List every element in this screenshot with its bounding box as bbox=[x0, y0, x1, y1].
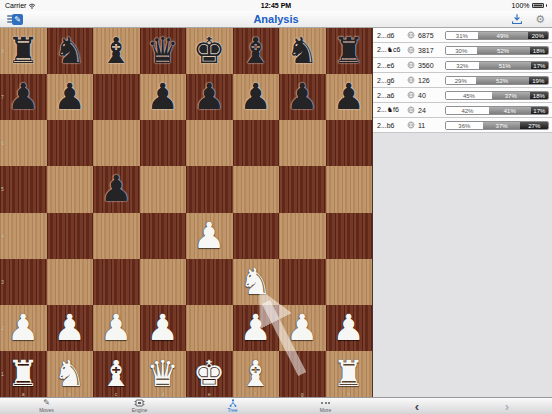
square-d2[interactable]: ♟ bbox=[140, 305, 187, 351]
ellipsis-icon bbox=[321, 399, 330, 407]
globe-icon bbox=[407, 91, 415, 99]
square-c1[interactable]: ♝ bbox=[93, 351, 140, 397]
square-a6[interactable] bbox=[0, 120, 47, 166]
settings-gear-icon[interactable]: ⚙ bbox=[535, 14, 545, 25]
globe-icon bbox=[407, 106, 415, 114]
edit-pencil-icon: ✎ bbox=[12, 14, 23, 25]
piece-white-queen[interactable]: ♛ bbox=[147, 356, 179, 392]
piece-black-king[interactable]: ♚ bbox=[193, 33, 225, 69]
piece-white-bishop[interactable]: ♝ bbox=[100, 356, 132, 392]
square-g6[interactable] bbox=[279, 120, 326, 166]
piece-white-pawn[interactable]: ♟ bbox=[286, 310, 318, 346]
piece-white-pawn[interactable]: ♟ bbox=[7, 310, 39, 346]
square-g7[interactable]: ♟ bbox=[279, 74, 326, 120]
square-a5[interactable] bbox=[0, 166, 47, 212]
square-d8[interactable]: ♛ bbox=[140, 28, 187, 74]
square-h7[interactable]: ♟ bbox=[326, 74, 373, 120]
square-a3[interactable] bbox=[0, 259, 47, 305]
bottom-toolbar: ✎ Moves Engine bbox=[0, 397, 552, 414]
pencil-icon: ✎ bbox=[43, 399, 50, 407]
piece-black-pawn[interactable]: ♟ bbox=[240, 79, 272, 115]
square-g4[interactable] bbox=[279, 213, 326, 259]
clock: 12:45 PM bbox=[0, 2, 552, 9]
black-win-percent: 27% bbox=[520, 122, 548, 129]
draw-percent: 52% bbox=[476, 77, 529, 84]
games-count: 40 bbox=[418, 92, 442, 99]
piece-black-pawn[interactable]: ♟ bbox=[54, 79, 86, 115]
move-row[interactable]: 2...d6687531%49%20% bbox=[373, 28, 552, 43]
result-bar: 29%52%19% bbox=[445, 76, 549, 85]
square-f4[interactable] bbox=[233, 213, 280, 259]
move-label: 2...♞f6 bbox=[377, 106, 404, 114]
result-bar: 45%37%18% bbox=[445, 91, 549, 100]
tab-more[interactable]: More bbox=[279, 398, 372, 414]
piece-white-bishop[interactable]: ♝ bbox=[240, 356, 272, 392]
tab-engine[interactable]: Engine bbox=[93, 398, 186, 414]
black-win-percent: 20% bbox=[528, 32, 548, 39]
draw-percent: 37% bbox=[492, 92, 530, 99]
white-win-percent: 30% bbox=[446, 47, 477, 54]
square-b1[interactable]: ♞ bbox=[47, 351, 94, 397]
move-row[interactable]: 2...a64045%37%18% bbox=[373, 88, 552, 103]
square-c2[interactable]: ♟ bbox=[93, 305, 140, 351]
square-h6[interactable] bbox=[326, 120, 373, 166]
tree-panel: 2...d6687531%49%20%2...♞c6381730%52%18%2… bbox=[372, 28, 552, 397]
square-e7[interactable]: ♟ bbox=[186, 74, 233, 120]
square-c6[interactable] bbox=[93, 120, 140, 166]
result-bar: 42%41%17% bbox=[445, 106, 549, 115]
piece-white-pawn[interactable]: ♟ bbox=[333, 310, 365, 346]
square-d5[interactable] bbox=[140, 166, 187, 212]
piece-white-pawn[interactable]: ♟ bbox=[100, 310, 132, 346]
next-move-button[interactable]: › bbox=[462, 398, 552, 414]
square-a8[interactable]: ♜ bbox=[0, 28, 47, 74]
square-d7[interactable]: ♟ bbox=[140, 74, 187, 120]
white-win-percent: 32% bbox=[446, 62, 479, 69]
games-count: 24 bbox=[418, 107, 442, 114]
piece-white-rook[interactable]: ♜ bbox=[333, 356, 365, 392]
chess-board: ♜♞♝♛♚♝♞♜♟♟♟♟♟♟♟♟♟♞♟♟♟♟♟♟♟♜♞♝♛♚♝♜ 8765432… bbox=[0, 28, 372, 397]
page-title: Analysis bbox=[0, 13, 552, 25]
globe-icon bbox=[407, 46, 415, 54]
games-count: 126 bbox=[418, 77, 442, 84]
piece-black-pawn[interactable]: ♟ bbox=[193, 79, 225, 115]
piece-white-pawn[interactable]: ♟ bbox=[240, 310, 272, 346]
square-f2[interactable]: ♟ bbox=[233, 305, 280, 351]
square-e5[interactable] bbox=[186, 166, 233, 212]
square-g2[interactable]: ♟ bbox=[279, 305, 326, 351]
games-count: 6875 bbox=[418, 32, 442, 39]
square-h3[interactable] bbox=[326, 259, 373, 305]
tree-icon bbox=[228, 399, 238, 407]
piece-black-bishop[interactable]: ♝ bbox=[100, 33, 132, 69]
square-h1[interactable]: ♜ bbox=[326, 351, 373, 397]
move-row[interactable]: 2...e6356032%51%17% bbox=[373, 58, 552, 73]
square-a4[interactable] bbox=[0, 213, 47, 259]
move-label: 2...♞c6 bbox=[377, 46, 404, 54]
move-row[interactable]: 2...♞c6381730%52%18% bbox=[373, 43, 552, 58]
white-win-percent: 36% bbox=[446, 122, 483, 129]
download-icon[interactable] bbox=[511, 13, 523, 25]
square-g5[interactable] bbox=[279, 166, 326, 212]
piece-white-pawn[interactable]: ♟ bbox=[54, 310, 86, 346]
piece-white-rook[interactable]: ♜ bbox=[7, 356, 39, 392]
square-g1[interactable] bbox=[279, 351, 326, 397]
square-f7[interactable]: ♟ bbox=[233, 74, 280, 120]
square-c7[interactable] bbox=[93, 74, 140, 120]
square-e8[interactable]: ♚ bbox=[186, 28, 233, 74]
black-win-percent: 17% bbox=[531, 62, 548, 69]
move-row[interactable]: 2...b61136%37%27% bbox=[373, 118, 552, 133]
square-f5[interactable] bbox=[233, 166, 280, 212]
piece-black-rook[interactable]: ♜ bbox=[7, 33, 39, 69]
white-win-percent: 29% bbox=[446, 77, 476, 84]
games-count: 11 bbox=[418, 122, 442, 129]
white-win-percent: 45% bbox=[446, 92, 492, 99]
move-row[interactable]: 2...♞f62442%41%17% bbox=[373, 103, 552, 118]
piece-white-pawn[interactable]: ♟ bbox=[147, 310, 179, 346]
black-win-percent: 18% bbox=[530, 92, 548, 99]
square-c4[interactable] bbox=[93, 213, 140, 259]
move-label: 2...g6 bbox=[377, 77, 404, 84]
black-win-percent: 19% bbox=[529, 77, 548, 84]
globe-icon bbox=[407, 121, 415, 129]
square-d3[interactable] bbox=[140, 259, 187, 305]
square-h4[interactable] bbox=[326, 213, 373, 259]
square-b4[interactable] bbox=[47, 213, 94, 259]
square-f1[interactable]: ♝ bbox=[233, 351, 280, 397]
square-d6[interactable] bbox=[140, 120, 187, 166]
move-label: 2...b6 bbox=[377, 122, 404, 129]
square-e2[interactable] bbox=[186, 305, 233, 351]
draw-percent: 37% bbox=[483, 122, 521, 129]
tab-moves[interactable]: ✎ Moves bbox=[0, 398, 93, 414]
status-bar: Carrier 12:45 PM 100% bbox=[0, 0, 552, 11]
globe-icon bbox=[407, 61, 415, 69]
games-count: 3560 bbox=[418, 62, 442, 69]
square-b2[interactable]: ♟ bbox=[47, 305, 94, 351]
square-a1[interactable]: ♜ bbox=[0, 351, 47, 397]
result-bar: 31%49%20% bbox=[445, 31, 549, 40]
square-b5[interactable] bbox=[47, 166, 94, 212]
piece-black-knight[interactable]: ♞ bbox=[286, 33, 318, 69]
square-h5[interactable] bbox=[326, 166, 373, 212]
piece-white-pawn[interactable]: ♟ bbox=[193, 218, 225, 254]
square-e3[interactable] bbox=[186, 259, 233, 305]
result-bar: 32%51%17% bbox=[445, 61, 549, 70]
square-h8[interactable]: ♜ bbox=[326, 28, 373, 74]
navigation-bar: ✎ Analysis ⚙ bbox=[0, 11, 552, 28]
result-bar: 36%37%27% bbox=[445, 121, 549, 130]
draw-percent: 52% bbox=[477, 47, 530, 54]
globe-icon bbox=[407, 76, 415, 84]
chip-icon bbox=[134, 399, 145, 407]
square-g3[interactable] bbox=[279, 259, 326, 305]
piece-white-king[interactable]: ♚ bbox=[193, 356, 225, 392]
square-g8[interactable]: ♞ bbox=[279, 28, 326, 74]
square-h2[interactable]: ♟ bbox=[326, 305, 373, 351]
square-e4[interactable]: ♟ bbox=[186, 213, 233, 259]
square-a7[interactable]: ♟ bbox=[0, 74, 47, 120]
square-c5[interactable]: ♟ bbox=[93, 166, 140, 212]
white-win-percent: 31% bbox=[446, 32, 478, 39]
square-a2[interactable]: ♟ bbox=[0, 305, 47, 351]
square-e1[interactable]: ♚ bbox=[186, 351, 233, 397]
piece-black-rook[interactable]: ♜ bbox=[333, 33, 365, 69]
square-c8[interactable]: ♝ bbox=[93, 28, 140, 74]
move-label: 2...a6 bbox=[377, 92, 404, 99]
piece-black-queen[interactable]: ♛ bbox=[147, 33, 179, 69]
white-win-percent: 42% bbox=[446, 107, 489, 114]
draw-percent: 41% bbox=[489, 107, 531, 114]
draw-percent: 51% bbox=[479, 62, 531, 69]
piece-black-pawn[interactable]: ♟ bbox=[7, 79, 39, 115]
square-d1[interactable]: ♛ bbox=[140, 351, 187, 397]
square-b3[interactable] bbox=[47, 259, 94, 305]
square-b8[interactable]: ♞ bbox=[47, 28, 94, 74]
app-screen: Carrier 12:45 PM 100% ✎ Analysis ⚙ bbox=[0, 0, 552, 414]
square-e6[interactable] bbox=[186, 120, 233, 166]
result-bar: 30%52%18% bbox=[445, 46, 549, 55]
square-f3[interactable]: ♞ bbox=[233, 259, 280, 305]
black-win-percent: 18% bbox=[530, 47, 548, 54]
tab-tree[interactable]: Tree bbox=[186, 398, 279, 414]
square-b7[interactable]: ♟ bbox=[47, 74, 94, 120]
piece-black-pawn[interactable]: ♟ bbox=[147, 79, 179, 115]
move-label: 2...d6 bbox=[377, 32, 404, 39]
piece-black-pawn[interactable]: ♟ bbox=[100, 171, 132, 207]
square-c3[interactable] bbox=[93, 259, 140, 305]
move-label: 2...e6 bbox=[377, 62, 404, 69]
draw-percent: 49% bbox=[478, 32, 528, 39]
square-b6[interactable] bbox=[47, 120, 94, 166]
move-row[interactable]: 2...g612629%52%19% bbox=[373, 73, 552, 88]
piece-black-pawn[interactable]: ♟ bbox=[286, 79, 318, 115]
piece-white-knight[interactable]: ♞ bbox=[54, 356, 86, 392]
square-f6[interactable] bbox=[233, 120, 280, 166]
piece-black-knight[interactable]: ♞ bbox=[54, 33, 86, 69]
piece-black-bishop[interactable]: ♝ bbox=[240, 33, 272, 69]
piece-black-pawn[interactable]: ♟ bbox=[333, 79, 365, 115]
square-d4[interactable] bbox=[140, 213, 187, 259]
setup-position-button[interactable]: ✎ bbox=[7, 14, 23, 25]
previous-move-button[interactable]: ‹ bbox=[372, 398, 462, 414]
black-win-percent: 17% bbox=[531, 107, 548, 114]
globe-icon bbox=[407, 31, 415, 39]
piece-white-knight[interactable]: ♞ bbox=[240, 264, 272, 300]
square-f8[interactable]: ♝ bbox=[233, 28, 280, 74]
games-count: 3817 bbox=[418, 47, 442, 54]
